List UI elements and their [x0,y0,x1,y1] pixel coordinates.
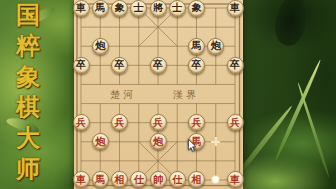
xiangqi-board[interactable]: 楚河 漢界 車馬象士將士象車炮馬炮卒卒卒卒卒兵兵兵兵兵炮炮馬車馬相仕帥仕相車 [74,0,243,189]
piece-glyph: 炮 [95,39,105,53]
piece-glyph: 炮 [153,134,163,148]
piece-glyph: 炮 [211,39,221,53]
piece-red-cannon[interactable]: 炮 [92,133,109,150]
piece-black-chariot[interactable]: 車 [227,0,244,17]
piece-glyph: 士 [172,1,182,15]
piece-glyph: 車 [76,172,86,186]
piece-glyph: 將 [153,1,163,15]
piece-black-horse[interactable]: 馬 [188,38,205,55]
piece-black-elephant[interactable]: 象 [111,0,128,17]
piece-glyph: 車 [230,172,240,186]
piece-black-soldier[interactable]: 卒 [188,57,205,74]
leaf [5,115,40,135]
piece-glyph: 士 [134,1,144,15]
cannon-point-marker [211,137,220,146]
piece-black-cannon[interactable]: 炮 [207,38,224,55]
piece-glyph: 相 [192,172,202,186]
piece-black-advisor[interactable]: 士 [130,0,147,17]
piece-red-cannon[interactable]: 炮 [150,133,167,150]
piece-glyph: 卒 [76,58,86,72]
piece-black-soldier[interactable]: 卒 [227,57,244,74]
piece-red-chariot[interactable]: 車 [227,171,244,188]
piece-glyph: 兵 [230,115,240,129]
xiangqi-app-screen: 国粹象棋大师 楚河 漢界 車馬象士將士象車炮馬炮卒卒卒卒卒兵兵兵兵兵炮炮馬車馬相… [0,0,336,189]
piece-glyph: 馬 [95,1,105,15]
piece-black-elephant[interactable]: 象 [188,0,205,17]
piece-black-soldier[interactable]: 卒 [111,57,128,74]
piece-glyph: 帥 [153,172,163,186]
river-label-chu: 楚河 [110,86,136,103]
piece-glyph: 兵 [153,115,163,129]
piece-red-soldier[interactable]: 兵 [73,114,90,131]
piece-glyph: 卒 [230,58,240,72]
grass-blade [297,82,331,178]
piece-glyph: 車 [230,1,240,15]
piece-glyph: 馬 [192,39,202,53]
piece-red-general[interactable]: 帥 [150,171,167,188]
piece-glyph: 卒 [115,58,125,72]
board-grid-lines [74,0,243,189]
piece-black-horse[interactable]: 馬 [92,0,109,17]
piece-glyph: 兵 [192,115,202,129]
piece-glyph: 炮 [95,134,105,148]
piece-glyph: 卒 [153,58,163,72]
piece-black-advisor[interactable]: 士 [169,0,186,17]
piece-red-soldier[interactable]: 兵 [227,114,244,131]
piece-glyph: 車 [76,1,86,15]
mouse-cursor-icon [188,139,197,152]
piece-black-soldier[interactable]: 卒 [73,57,90,74]
piece-glyph: 仕 [172,172,182,186]
piece-glyph: 兵 [115,115,125,129]
piece-glyph: 馬 [95,172,105,186]
piece-glyph: 兵 [76,115,86,129]
piece-glyph: 象 [192,1,202,15]
piece-glyph: 象 [115,1,125,15]
piece-black-cannon[interactable]: 炮 [92,38,109,55]
piece-red-soldier[interactable]: 兵 [150,114,167,131]
shadow-patch [272,0,311,48]
leaf [29,4,56,25]
piece-glyph: 卒 [192,58,202,72]
piece-black-chariot[interactable]: 車 [73,0,90,17]
piece-glyph: 相 [115,172,125,186]
river-label-han: 漢界 [173,86,199,103]
piece-black-general[interactable]: 將 [150,0,167,17]
piece-black-soldier[interactable]: 卒 [150,57,167,74]
piece-glyph: 仕 [134,172,144,186]
piece-red-chariot[interactable]: 車 [73,171,90,188]
grass-blade [274,59,322,161]
